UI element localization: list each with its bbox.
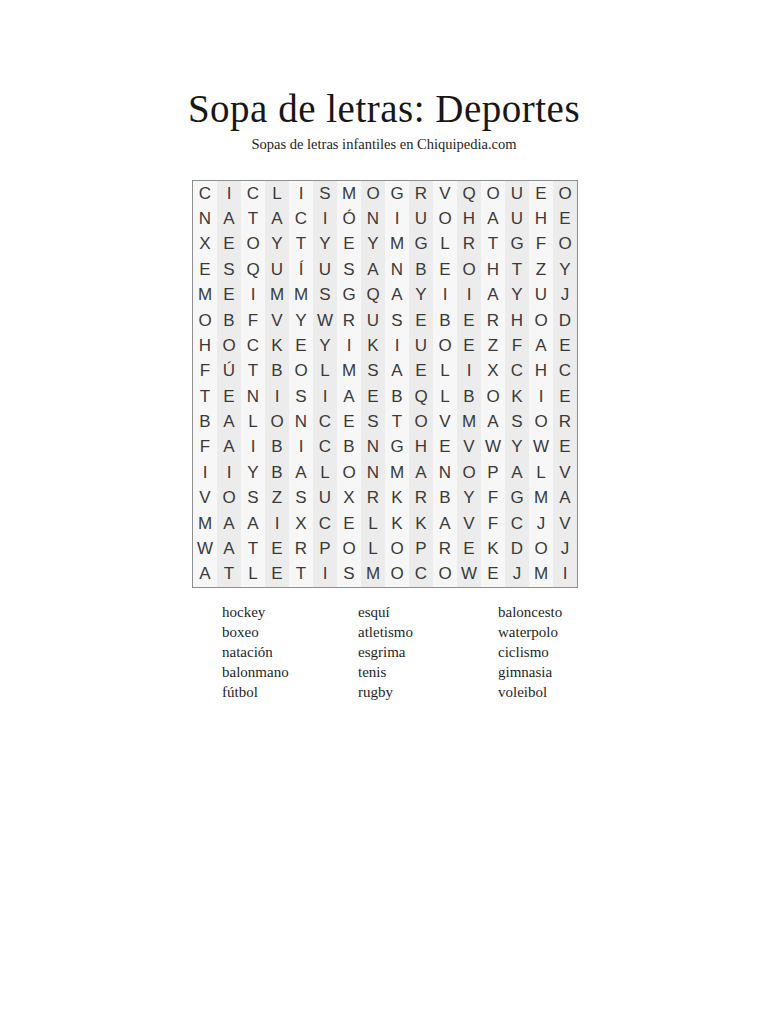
grid-cell-r7c8: K: [361, 333, 385, 358]
grid-cell-r2c3: T: [241, 206, 265, 231]
grid-cell-r4c7: S: [337, 257, 361, 282]
grid-cell-r12c4: B: [265, 460, 289, 485]
grid-cell-r16c9: O: [385, 562, 409, 587]
word-item: rugby: [358, 682, 498, 702]
grid-cell-r14c13: F: [481, 511, 505, 536]
word-item: voleibol: [498, 682, 618, 702]
word-search-grid: CICLISMOGRVQOUEONATACIÓNIUOHAUHEXEOYTYEY…: [192, 180, 578, 588]
grid-cell-r3c13: T: [481, 232, 505, 257]
grid-cell-r3c2: E: [217, 232, 241, 257]
grid-cell-r2c8: N: [361, 206, 385, 231]
grid-cell-r5c13: A: [481, 283, 505, 308]
grid-cell-r12c1: I: [193, 460, 217, 485]
grid-cell-r8c15: H: [529, 359, 553, 384]
grid-cell-r10c11: V: [433, 409, 457, 434]
grid-cell-r2c14: U: [505, 206, 529, 231]
grid-cell-r12c14: A: [505, 460, 529, 485]
grid-cell-r14c16: V: [553, 511, 577, 536]
grid-cell-r11c14: Y: [505, 435, 529, 460]
grid-cell-r14c4: I: [265, 511, 289, 536]
word-item: boxeo: [222, 622, 358, 642]
grid-cell-r5c12: I: [457, 283, 481, 308]
grid-cell-r1c2: I: [217, 181, 241, 206]
grid-cell-r16c1: A: [193, 562, 217, 587]
grid-cell-r12c9: M: [385, 460, 409, 485]
grid-cell-r11c5: I: [289, 435, 313, 460]
grid-cell-r9c9: B: [385, 384, 409, 409]
word-item: baloncesto: [498, 602, 618, 622]
grid-cell-r10c15: O: [529, 409, 553, 434]
grid-cell-r7c4: K: [265, 333, 289, 358]
grid-cell-r9c16: E: [553, 384, 577, 409]
grid-cell-r15c5: R: [289, 536, 313, 561]
grid-cell-r9c4: I: [265, 384, 289, 409]
grid-cell-r11c1: F: [193, 435, 217, 460]
grid-cell-r5c8: Q: [361, 283, 385, 308]
grid-cell-r3c16: O: [553, 232, 577, 257]
grid-cell-r3c8: Y: [361, 232, 385, 257]
grid-cell-r5c5: M: [289, 283, 313, 308]
grid-cell-r11c2: A: [217, 435, 241, 460]
grid-cell-r6c7: R: [337, 308, 361, 333]
grid-cell-r16c11: O: [433, 562, 457, 587]
grid-cell-r2c6: I: [313, 206, 337, 231]
grid-cell-r14c2: A: [217, 511, 241, 536]
grid-cell-r5c14: Y: [505, 283, 529, 308]
grid-cell-r4c9: N: [385, 257, 409, 282]
grid-cell-r15c9: O: [385, 536, 409, 561]
grid-cell-r2c9: I: [385, 206, 409, 231]
grid-cell-r9c1: T: [193, 384, 217, 409]
grid-cell-r6c3: F: [241, 308, 265, 333]
grid-cell-r16c12: W: [457, 562, 481, 587]
grid-cell-r6c6: W: [313, 308, 337, 333]
word-list-column-1: hockeyboxeonataciónbalonmanofútbol: [222, 602, 358, 702]
word-list-column-2: esquíatletismoesgrimatenisrugby: [358, 602, 498, 702]
grid-cell-r14c3: A: [241, 511, 265, 536]
grid-cell-r1c8: O: [361, 181, 385, 206]
grid-cell-r4c15: Z: [529, 257, 553, 282]
grid-cell-r12c10: A: [409, 460, 433, 485]
word-item: ciclismo: [498, 642, 618, 662]
grid-cell-r2c5: C: [289, 206, 313, 231]
grid-cell-r8c10: E: [409, 359, 433, 384]
grid-cell-r6c14: H: [505, 308, 529, 333]
word-item: tenis: [358, 662, 498, 682]
grid-cell-r16c7: S: [337, 562, 361, 587]
grid-cell-r10c10: O: [409, 409, 433, 434]
grid-cell-r8c11: L: [433, 359, 457, 384]
grid-cell-r4c10: B: [409, 257, 433, 282]
grid-cell-r9c6: I: [313, 384, 337, 409]
grid-cell-r14c14: C: [505, 511, 529, 536]
grid-cell-r11c16: E: [553, 435, 577, 460]
grid-cell-r11c7: B: [337, 435, 361, 460]
grid-cell-r16c16: I: [553, 562, 577, 587]
grid-cell-r4c11: E: [433, 257, 457, 282]
grid-cell-r1c9: G: [385, 181, 409, 206]
grid-cell-r16c6: I: [313, 562, 337, 587]
grid-cell-r9c7: A: [337, 384, 361, 409]
grid-cell-r5c7: G: [337, 283, 361, 308]
grid-cell-r5c4: M: [265, 283, 289, 308]
grid-cell-r12c8: N: [361, 460, 385, 485]
grid-cell-r16c15: M: [529, 562, 553, 587]
grid-cell-r11c13: W: [481, 435, 505, 460]
grid-cell-r9c12: B: [457, 384, 481, 409]
word-list-column-3: baloncestowaterpolociclismogimnasiavolei…: [498, 602, 618, 702]
grid-cell-r4c4: U: [265, 257, 289, 282]
grid-cell-r6c11: B: [433, 308, 457, 333]
grid-cell-r8c9: A: [385, 359, 409, 384]
grid-cell-r10c2: A: [217, 409, 241, 434]
word-item: esquí: [358, 602, 498, 622]
grid-cell-r2c15: H: [529, 206, 553, 231]
grid-cell-r11c8: N: [361, 435, 385, 460]
grid-cell-r4c12: O: [457, 257, 481, 282]
grid-cell-r16c10: C: [409, 562, 433, 587]
grid-cell-r1c10: R: [409, 181, 433, 206]
grid-cell-r6c5: Y: [289, 308, 313, 333]
grid-cell-r10c3: L: [241, 409, 265, 434]
grid-cell-r5c9: A: [385, 283, 409, 308]
grid-cell-r12c11: N: [433, 460, 457, 485]
grid-cell-r13c6: U: [313, 486, 337, 511]
grid-cell-r7c5: E: [289, 333, 313, 358]
grid-cell-r1c14: U: [505, 181, 529, 206]
grid-cell-r3c7: E: [337, 232, 361, 257]
grid-cell-r9c14: K: [505, 384, 529, 409]
grid-cell-r9c15: I: [529, 384, 553, 409]
grid-cell-r4c3: Q: [241, 257, 265, 282]
grid-cell-r7c2: O: [217, 333, 241, 358]
grid-cell-r8c12: I: [457, 359, 481, 384]
grid-cell-r6c12: E: [457, 308, 481, 333]
grid-cell-r8c8: S: [361, 359, 385, 384]
grid-cell-r7c7: I: [337, 333, 361, 358]
grid-cell-r13c12: Y: [457, 486, 481, 511]
grid-cell-r2c1: N: [193, 206, 217, 231]
grid-cell-r12c12: O: [457, 460, 481, 485]
grid-cell-r7c13: Z: [481, 333, 505, 358]
grid-cell-r15c1: W: [193, 536, 217, 561]
grid-cell-r16c3: L: [241, 562, 265, 587]
grid-cell-r14c1: M: [193, 511, 217, 536]
word-item: atletismo: [358, 622, 498, 642]
grid-cell-r10c8: S: [361, 409, 385, 434]
grid-cell-r10c16: R: [553, 409, 577, 434]
grid-cell-r15c6: P: [313, 536, 337, 561]
grid-cell-r5c15: U: [529, 283, 553, 308]
grid-cell-r10c14: S: [505, 409, 529, 434]
grid-cell-r3c5: T: [289, 232, 313, 257]
grid-cell-r10c5: N: [289, 409, 313, 434]
grid-cell-r12c13: P: [481, 460, 505, 485]
word-item: esgrima: [358, 642, 498, 662]
grid-cell-r16c13: E: [481, 562, 505, 587]
grid-cell-r15c11: R: [433, 536, 457, 561]
grid-cell-r5c2: E: [217, 283, 241, 308]
grid-cell-r6c13: R: [481, 308, 505, 333]
grid-cell-r9c2: E: [217, 384, 241, 409]
grid-cell-r9c13: O: [481, 384, 505, 409]
grid-cell-r12c6: L: [313, 460, 337, 485]
grid-cell-r6c2: B: [217, 308, 241, 333]
grid-cell-r12c15: L: [529, 460, 553, 485]
grid-cell-r1c4: L: [265, 181, 289, 206]
grid-cell-r7c16: E: [553, 333, 577, 358]
grid-cell-r2c12: H: [457, 206, 481, 231]
grid-cell-r10c1: B: [193, 409, 217, 434]
grid-cell-r1c5: I: [289, 181, 313, 206]
grid-cell-r3c1: X: [193, 232, 217, 257]
grid-cell-r1c3: C: [241, 181, 265, 206]
grid-cell-r16c5: T: [289, 562, 313, 587]
grid-cell-r16c14: J: [505, 562, 529, 587]
grid-cell-r13c15: M: [529, 486, 553, 511]
grid-cell-r7c10: U: [409, 333, 433, 358]
grid-cell-r11c6: C: [313, 435, 337, 460]
grid-cell-r13c4: Z: [265, 486, 289, 511]
grid-cell-r15c14: D: [505, 536, 529, 561]
grid-cell-r5c6: S: [313, 283, 337, 308]
grid-cell-r10c13: A: [481, 409, 505, 434]
grid-cell-r5c16: J: [553, 283, 577, 308]
grid-cell-r7c1: H: [193, 333, 217, 358]
grid-cell-r16c4: E: [265, 562, 289, 587]
grid-cell-r14c12: V: [457, 511, 481, 536]
grid-cell-r5c3: I: [241, 283, 265, 308]
page-title: Sopa de letras: Deportes: [0, 88, 768, 131]
grid-cell-r13c10: R: [409, 486, 433, 511]
grid-cell-r16c2: T: [217, 562, 241, 587]
grid-cell-r6c9: S: [385, 308, 409, 333]
grid-cell-r11c15: W: [529, 435, 553, 460]
grid-cell-r14c10: K: [409, 511, 433, 536]
grid-cell-r13c13: F: [481, 486, 505, 511]
grid-cell-r8c2: Ú: [217, 359, 241, 384]
grid-cell-r3c15: F: [529, 232, 553, 257]
grid-cell-r4c1: E: [193, 257, 217, 282]
grid-cell-r14c9: K: [385, 511, 409, 536]
grid-cell-r1c6: S: [313, 181, 337, 206]
grid-cell-r2c11: O: [433, 206, 457, 231]
grid-cell-r8c1: F: [193, 359, 217, 384]
grid-cell-r7c11: O: [433, 333, 457, 358]
grid-cell-r8c13: X: [481, 359, 505, 384]
grid-cell-r14c5: X: [289, 511, 313, 536]
grid-cell-r13c3: S: [241, 486, 265, 511]
grid-cell-r9c10: Q: [409, 384, 433, 409]
grid-cell-r4c8: A: [361, 257, 385, 282]
grid-cell-r8c3: T: [241, 359, 265, 384]
grid-cell-r1c16: O: [553, 181, 577, 206]
grid-cell-r2c4: A: [265, 206, 289, 231]
grid-cell-r12c5: A: [289, 460, 313, 485]
grid-cell-r10c12: M: [457, 409, 481, 434]
grid-cell-r8c4: B: [265, 359, 289, 384]
grid-cell-r3c10: G: [409, 232, 433, 257]
grid-cell-r6c1: O: [193, 308, 217, 333]
grid-cell-r3c14: G: [505, 232, 529, 257]
grid-cell-r13c14: G: [505, 486, 529, 511]
grid-cell-r3c4: Y: [265, 232, 289, 257]
grid-cell-r3c11: L: [433, 232, 457, 257]
grid-cell-r8c5: O: [289, 359, 313, 384]
grid-cell-r16c8: M: [361, 562, 385, 587]
grid-cell-r7c12: E: [457, 333, 481, 358]
grid-cell-r9c11: L: [433, 384, 457, 409]
grid-cell-r10c6: C: [313, 409, 337, 434]
grid-cell-r2c16: E: [553, 206, 577, 231]
grid-cell-r15c16: J: [553, 536, 577, 561]
grid-cell-r5c1: M: [193, 283, 217, 308]
word-item: balonmano: [222, 662, 358, 682]
grid-cell-r1c12: Q: [457, 181, 481, 206]
grid-cell-r7c6: Y: [313, 333, 337, 358]
grid-cell-r2c2: A: [217, 206, 241, 231]
grid-cell-r13c2: O: [217, 486, 241, 511]
grid-cell-r6c8: U: [361, 308, 385, 333]
grid-cell-r6c10: E: [409, 308, 433, 333]
grid-cell-r2c10: U: [409, 206, 433, 231]
grid-cell-r9c8: E: [361, 384, 385, 409]
grid-cell-r15c2: A: [217, 536, 241, 561]
grid-cell-r13c5: S: [289, 486, 313, 511]
grid-cell-r1c11: V: [433, 181, 457, 206]
grid-cell-r11c9: G: [385, 435, 409, 460]
grid-cell-r15c4: E: [265, 536, 289, 561]
grid-cell-r10c9: T: [385, 409, 409, 434]
grid-cell-r15c3: T: [241, 536, 265, 561]
grid-cell-r1c13: O: [481, 181, 505, 206]
grid-cell-r6c16: D: [553, 308, 577, 333]
grid-cell-r8c6: L: [313, 359, 337, 384]
grid-cell-r12c2: I: [217, 460, 241, 485]
grid-cell-r9c3: N: [241, 384, 265, 409]
grid-cell-r1c7: M: [337, 181, 361, 206]
grid-cell-r7c15: A: [529, 333, 553, 358]
grid-cell-r15c13: K: [481, 536, 505, 561]
grid-cell-r13c9: K: [385, 486, 409, 511]
grid-cell-r5c10: Y: [409, 283, 433, 308]
grid-cell-r7c14: F: [505, 333, 529, 358]
grid-cell-r13c1: V: [193, 486, 217, 511]
grid-cell-r1c15: E: [529, 181, 553, 206]
grid-cell-r2c7: Ó: [337, 206, 361, 231]
grid-cell-r13c11: B: [433, 486, 457, 511]
grid-cell-r7c3: C: [241, 333, 265, 358]
word-item: natación: [222, 642, 358, 662]
word-search-page: Sopa de letras: Deportes Sopas de letras…: [0, 0, 768, 1024]
grid-cell-r13c8: R: [361, 486, 385, 511]
grid-cell-r12c3: Y: [241, 460, 265, 485]
word-item: fútbol: [222, 682, 358, 702]
grid-cell-r14c11: A: [433, 511, 457, 536]
grid-cell-r14c8: L: [361, 511, 385, 536]
grid-cell-r2c13: A: [481, 206, 505, 231]
grid-cell-r7c9: I: [385, 333, 409, 358]
page-subtitle: Sopas de letras infantiles en Chiquipedi…: [0, 136, 768, 153]
grid-cell-r10c7: E: [337, 409, 361, 434]
grid-cell-r1c1: C: [193, 181, 217, 206]
grid-cell-r5c11: I: [433, 283, 457, 308]
grid-cell-r15c10: P: [409, 536, 433, 561]
grid-cell-r4c5: Í: [289, 257, 313, 282]
grid-cell-r13c16: A: [553, 486, 577, 511]
grid-cell-r6c15: O: [529, 308, 553, 333]
grid-cell-r12c7: O: [337, 460, 361, 485]
grid-cell-r4c2: S: [217, 257, 241, 282]
grid-cell-r6c4: V: [265, 308, 289, 333]
grid-cell-r3c3: O: [241, 232, 265, 257]
grid-cell-r14c6: C: [313, 511, 337, 536]
grid-cell-r8c16: C: [553, 359, 577, 384]
grid-cell-r3c9: M: [385, 232, 409, 257]
grid-cell-r14c15: J: [529, 511, 553, 536]
word-list: hockeyboxeonataciónbalonmanofútbolesquía…: [222, 602, 618, 702]
grid-cell-r4c16: Y: [553, 257, 577, 282]
grid-cell-r8c7: M: [337, 359, 361, 384]
grid-cell-r4c13: H: [481, 257, 505, 282]
grid-cell-r11c10: H: [409, 435, 433, 460]
grid-cell-r13c7: X: [337, 486, 361, 511]
grid-cell-r3c12: R: [457, 232, 481, 257]
grid-cell-r11c12: V: [457, 435, 481, 460]
word-item: waterpolo: [498, 622, 618, 642]
grid-cell-r11c4: B: [265, 435, 289, 460]
grid-cell-r14c7: E: [337, 511, 361, 536]
word-item: hockey: [222, 602, 358, 622]
grid-cell-r12c16: V: [553, 460, 577, 485]
word-item: gimnasia: [498, 662, 618, 682]
grid-cell-r3c6: Y: [313, 232, 337, 257]
grid-cell-r8c14: C: [505, 359, 529, 384]
grid-cell-r15c8: L: [361, 536, 385, 561]
grid-cell-r4c14: T: [505, 257, 529, 282]
grid-cell-r15c15: O: [529, 536, 553, 561]
grid-cell-r11c3: I: [241, 435, 265, 460]
grid-cell-r15c7: O: [337, 536, 361, 561]
grid-cell-r10c4: O: [265, 409, 289, 434]
grid-cell-r15c12: E: [457, 536, 481, 561]
grid-cell-r4c6: U: [313, 257, 337, 282]
grid-cell-r9c5: S: [289, 384, 313, 409]
grid-cell-r11c11: E: [433, 435, 457, 460]
